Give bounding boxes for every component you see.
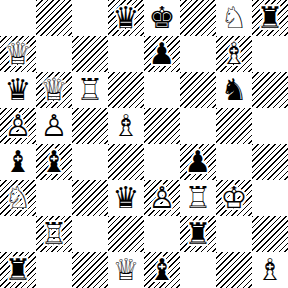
piece-white-queen: ♕ bbox=[113, 252, 140, 288]
square-g3[interactable]: ♔ bbox=[216, 180, 252, 216]
square-g4[interactable] bbox=[216, 144, 252, 180]
square-d7[interactable] bbox=[108, 36, 144, 72]
square-e6[interactable] bbox=[144, 72, 180, 108]
square-e3[interactable]: ♙ bbox=[144, 180, 180, 216]
piece-white-rook: ♖ bbox=[77, 72, 104, 108]
square-f3[interactable]: ♖ bbox=[180, 180, 216, 216]
square-a4[interactable]: ♝ bbox=[0, 144, 36, 180]
piece-white-pawn: ♙ bbox=[41, 108, 68, 144]
square-f2[interactable]: ♜ bbox=[180, 216, 216, 252]
square-h3[interactable] bbox=[252, 180, 288, 216]
square-a6[interactable]: ♛ bbox=[0, 72, 36, 108]
square-c1[interactable] bbox=[72, 252, 108, 288]
square-a8[interactable] bbox=[0, 0, 36, 36]
piece-black-king: ♚ bbox=[149, 0, 176, 36]
square-f8[interactable] bbox=[180, 0, 216, 36]
chess-board: ♛♚♘♜♕♟♗♛♕♖♞♙♙♗♝♝♟♘♛♙♖♔♖♜♜♕♝♗ bbox=[0, 0, 288, 288]
square-e4[interactable] bbox=[144, 144, 180, 180]
piece-black-rook: ♜ bbox=[185, 216, 212, 252]
square-a2[interactable] bbox=[0, 216, 36, 252]
piece-white-pawn: ♙ bbox=[5, 108, 32, 144]
square-g2[interactable] bbox=[216, 216, 252, 252]
square-e7[interactable]: ♟ bbox=[144, 36, 180, 72]
piece-black-pawn: ♟ bbox=[185, 144, 212, 180]
square-a3[interactable]: ♘ bbox=[0, 180, 36, 216]
square-h5[interactable] bbox=[252, 108, 288, 144]
square-d6[interactable] bbox=[108, 72, 144, 108]
square-a5[interactable]: ♙ bbox=[0, 108, 36, 144]
square-c4[interactable] bbox=[72, 144, 108, 180]
square-f5[interactable] bbox=[180, 108, 216, 144]
square-d8[interactable]: ♛ bbox=[108, 0, 144, 36]
piece-white-queen: ♕ bbox=[41, 72, 68, 108]
square-h1[interactable]: ♗ bbox=[252, 252, 288, 288]
piece-black-bishop: ♝ bbox=[149, 252, 176, 288]
piece-black-queen: ♛ bbox=[5, 72, 32, 108]
square-b4[interactable]: ♝ bbox=[36, 144, 72, 180]
square-e1[interactable]: ♝ bbox=[144, 252, 180, 288]
square-d3[interactable]: ♛ bbox=[108, 180, 144, 216]
square-h8[interactable]: ♜ bbox=[252, 0, 288, 36]
piece-black-bishop: ♝ bbox=[5, 144, 32, 180]
piece-white-bishop: ♗ bbox=[257, 252, 284, 288]
square-b6[interactable]: ♕ bbox=[36, 72, 72, 108]
square-g6[interactable]: ♞ bbox=[216, 72, 252, 108]
piece-white-knight: ♘ bbox=[5, 180, 32, 216]
square-d2[interactable] bbox=[108, 216, 144, 252]
square-d4[interactable] bbox=[108, 144, 144, 180]
square-b2[interactable]: ♖ bbox=[36, 216, 72, 252]
square-b7[interactable] bbox=[36, 36, 72, 72]
piece-black-pawn: ♟ bbox=[149, 36, 176, 72]
square-g5[interactable] bbox=[216, 108, 252, 144]
square-g1[interactable] bbox=[216, 252, 252, 288]
piece-white-pawn: ♙ bbox=[149, 180, 176, 216]
piece-white-queen: ♕ bbox=[5, 36, 32, 72]
square-a7[interactable]: ♕ bbox=[0, 36, 36, 72]
square-a1[interactable]: ♜ bbox=[0, 252, 36, 288]
square-f7[interactable] bbox=[180, 36, 216, 72]
piece-black-bishop: ♝ bbox=[41, 144, 68, 180]
square-e5[interactable] bbox=[144, 108, 180, 144]
square-b1[interactable] bbox=[36, 252, 72, 288]
piece-white-bishop: ♗ bbox=[113, 108, 140, 144]
square-b5[interactable]: ♙ bbox=[36, 108, 72, 144]
square-h6[interactable] bbox=[252, 72, 288, 108]
square-c3[interactable] bbox=[72, 180, 108, 216]
piece-black-rook: ♜ bbox=[257, 0, 284, 36]
piece-white-knight: ♘ bbox=[221, 0, 248, 36]
square-h4[interactable] bbox=[252, 144, 288, 180]
square-e2[interactable] bbox=[144, 216, 180, 252]
piece-white-rook: ♖ bbox=[41, 216, 68, 252]
piece-black-queen: ♛ bbox=[113, 180, 140, 216]
piece-white-king: ♔ bbox=[221, 180, 248, 216]
square-d5[interactable]: ♗ bbox=[108, 108, 144, 144]
square-c6[interactable]: ♖ bbox=[72, 72, 108, 108]
square-g8[interactable]: ♘ bbox=[216, 0, 252, 36]
square-b3[interactable] bbox=[36, 180, 72, 216]
square-c7[interactable] bbox=[72, 36, 108, 72]
piece-black-rook: ♜ bbox=[5, 252, 32, 288]
square-f4[interactable]: ♟ bbox=[180, 144, 216, 180]
square-h7[interactable] bbox=[252, 36, 288, 72]
square-g7[interactable]: ♗ bbox=[216, 36, 252, 72]
square-d1[interactable]: ♕ bbox=[108, 252, 144, 288]
piece-white-bishop: ♗ bbox=[221, 36, 248, 72]
square-e8[interactable]: ♚ bbox=[144, 0, 180, 36]
square-b8[interactable] bbox=[36, 0, 72, 36]
piece-black-queen: ♛ bbox=[113, 0, 140, 36]
square-f6[interactable] bbox=[180, 72, 216, 108]
square-f1[interactable] bbox=[180, 252, 216, 288]
piece-black-knight: ♞ bbox=[221, 72, 248, 108]
square-c2[interactable] bbox=[72, 216, 108, 252]
square-c8[interactable] bbox=[72, 0, 108, 36]
square-h2[interactable] bbox=[252, 216, 288, 252]
piece-white-rook: ♖ bbox=[185, 180, 212, 216]
square-c5[interactable] bbox=[72, 108, 108, 144]
